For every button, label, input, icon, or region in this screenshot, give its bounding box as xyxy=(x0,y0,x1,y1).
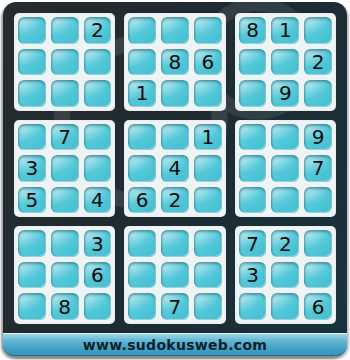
cell-r9c4[interactable] xyxy=(128,293,156,320)
cell-r2c1[interactable] xyxy=(18,49,46,76)
given-digit: 6 xyxy=(91,265,104,285)
box-r3c3: 7236 xyxy=(235,226,336,324)
cell-r7c3[interactable]: 3 xyxy=(84,230,112,257)
cell-r3c2[interactable] xyxy=(51,80,79,107)
given-digit: 7 xyxy=(246,234,259,254)
cell-r6c2[interactable] xyxy=(51,187,79,214)
given-digit: 6 xyxy=(136,190,149,210)
cell-r4c9[interactable]: 9 xyxy=(304,124,332,151)
cell-r4c3[interactable] xyxy=(84,124,112,151)
cell-r9c8[interactable] xyxy=(271,293,299,320)
cell-r4c2[interactable]: 7 xyxy=(51,124,79,151)
box-r3c1: 368 xyxy=(14,226,115,324)
sudoku-board-frame: 28618129735414629736877236 www.sudokuswe… xyxy=(3,2,347,356)
given-digit: 9 xyxy=(312,127,325,147)
cell-r4c8[interactable] xyxy=(271,124,299,151)
given-digit: 2 xyxy=(279,234,292,254)
box-r1c2: 861 xyxy=(124,13,225,111)
cell-r6c7[interactable] xyxy=(239,187,267,214)
sudoku-board: 28618129735414629736877236 xyxy=(14,13,336,324)
given-digit: 2 xyxy=(312,52,325,72)
given-digit: 9 xyxy=(279,83,292,103)
cell-r5c7[interactable] xyxy=(239,155,267,182)
cell-r8c8[interactable] xyxy=(271,262,299,289)
page: 28618129735414629736877236 www.sudokuswe… xyxy=(0,0,350,360)
cell-r1c7[interactable]: 8 xyxy=(239,17,267,44)
cell-r6c6[interactable] xyxy=(194,187,222,214)
given-digit: 8 xyxy=(58,297,71,317)
cell-r3c6[interactable] xyxy=(194,80,222,107)
cell-r6c9[interactable] xyxy=(304,187,332,214)
cell-r1c4[interactable] xyxy=(128,17,156,44)
box-r3c2: 7 xyxy=(124,226,225,324)
given-digit: 1 xyxy=(136,83,149,103)
box-r1c3: 8129 xyxy=(235,13,336,111)
cell-r6c3[interactable]: 4 xyxy=(84,187,112,214)
cell-r4c6[interactable]: 1 xyxy=(194,124,222,151)
cell-r7c6[interactable] xyxy=(194,230,222,257)
website-link[interactable]: www.sudokusweb.com xyxy=(83,337,267,353)
cell-r7c4[interactable] xyxy=(128,230,156,257)
cell-r1c2[interactable] xyxy=(51,17,79,44)
cell-r2c5[interactable]: 8 xyxy=(161,49,189,76)
cell-r4c1[interactable] xyxy=(18,124,46,151)
cell-r9c5[interactable]: 7 xyxy=(161,293,189,320)
cell-r3c4[interactable]: 1 xyxy=(128,80,156,107)
footer-bar: www.sudokusweb.com xyxy=(3,333,347,356)
cell-r3c5[interactable] xyxy=(161,80,189,107)
cell-r9c3[interactable] xyxy=(84,293,112,320)
cell-r7c9[interactable] xyxy=(304,230,332,257)
given-digit: 3 xyxy=(246,265,259,285)
given-digit: 8 xyxy=(246,20,259,40)
cell-r8c2[interactable] xyxy=(51,262,79,289)
box-r1c1: 2 xyxy=(14,13,115,111)
given-digit: 2 xyxy=(91,20,104,40)
cell-r9c6[interactable] xyxy=(194,293,222,320)
cell-r1c6[interactable] xyxy=(194,17,222,44)
cell-r1c1[interactable] xyxy=(18,17,46,44)
cell-r3c9[interactable] xyxy=(304,80,332,107)
cell-r5c9[interactable]: 7 xyxy=(304,155,332,182)
cell-r4c7[interactable] xyxy=(239,124,267,151)
box-r2c2: 1462 xyxy=(124,120,225,218)
cell-r5c3[interactable] xyxy=(84,155,112,182)
cell-r3c7[interactable] xyxy=(239,80,267,107)
cell-r7c1[interactable] xyxy=(18,230,46,257)
cell-r2c6[interactable]: 6 xyxy=(194,49,222,76)
given-digit: 5 xyxy=(26,190,39,210)
cell-r8c5[interactable] xyxy=(161,262,189,289)
cell-r5c2[interactable] xyxy=(51,155,79,182)
given-digit: 1 xyxy=(201,127,214,147)
cell-r8c9[interactable] xyxy=(304,262,332,289)
cell-r5c1[interactable]: 3 xyxy=(18,155,46,182)
cell-r1c8[interactable]: 1 xyxy=(271,17,299,44)
cell-r9c2[interactable]: 8 xyxy=(51,293,79,320)
cell-r7c7[interactable]: 7 xyxy=(239,230,267,257)
cell-r2c7[interactable] xyxy=(239,49,267,76)
cell-r7c5[interactable] xyxy=(161,230,189,257)
cell-r9c7[interactable] xyxy=(239,293,267,320)
cell-r3c1[interactable] xyxy=(18,80,46,107)
cell-r6c8[interactable] xyxy=(271,187,299,214)
cell-r5c4[interactable] xyxy=(128,155,156,182)
given-digit: 7 xyxy=(169,297,182,317)
cell-r2c9[interactable]: 2 xyxy=(304,49,332,76)
box-r2c3: 97 xyxy=(235,120,336,218)
cell-r7c2[interactable] xyxy=(51,230,79,257)
cell-r5c6[interactable] xyxy=(194,155,222,182)
cell-r2c8[interactable] xyxy=(271,49,299,76)
cell-r8c6[interactable] xyxy=(194,262,222,289)
cell-r9c9[interactable]: 6 xyxy=(304,293,332,320)
cell-r6c4[interactable]: 6 xyxy=(128,187,156,214)
cell-r8c1[interactable] xyxy=(18,262,46,289)
cell-r3c8[interactable]: 9 xyxy=(271,80,299,107)
cell-r6c1[interactable]: 5 xyxy=(18,187,46,214)
given-digit: 3 xyxy=(91,234,104,254)
cell-r1c5[interactable] xyxy=(161,17,189,44)
cell-r6c5[interactable]: 2 xyxy=(161,187,189,214)
cell-r8c7[interactable]: 3 xyxy=(239,262,267,289)
cell-r4c5[interactable] xyxy=(161,124,189,151)
cell-r8c4[interactable] xyxy=(128,262,156,289)
given-digit: 6 xyxy=(312,297,325,317)
box-r2c1: 7354 xyxy=(14,120,115,218)
given-digit: 4 xyxy=(91,190,104,210)
cell-r1c9[interactable] xyxy=(304,17,332,44)
cell-r1c3[interactable]: 2 xyxy=(84,17,112,44)
cell-r5c5[interactable]: 4 xyxy=(161,155,189,182)
given-digit: 2 xyxy=(169,190,182,210)
given-digit: 7 xyxy=(58,127,71,147)
given-digit: 1 xyxy=(279,20,292,40)
cell-r2c3[interactable] xyxy=(84,49,112,76)
given-digit: 4 xyxy=(169,158,182,178)
cell-r4c4[interactable] xyxy=(128,124,156,151)
cell-r2c2[interactable] xyxy=(51,49,79,76)
cell-r7c8[interactable]: 2 xyxy=(271,230,299,257)
cell-r5c8[interactable] xyxy=(271,155,299,182)
cell-r8c3[interactable]: 6 xyxy=(84,262,112,289)
given-digit: 7 xyxy=(312,158,325,178)
cell-r2c4[interactable] xyxy=(128,49,156,76)
given-digit: 8 xyxy=(169,52,182,72)
given-digit: 6 xyxy=(201,52,214,72)
cell-r9c1[interactable] xyxy=(18,293,46,320)
given-digit: 3 xyxy=(26,158,39,178)
cell-r3c3[interactable] xyxy=(84,80,112,107)
